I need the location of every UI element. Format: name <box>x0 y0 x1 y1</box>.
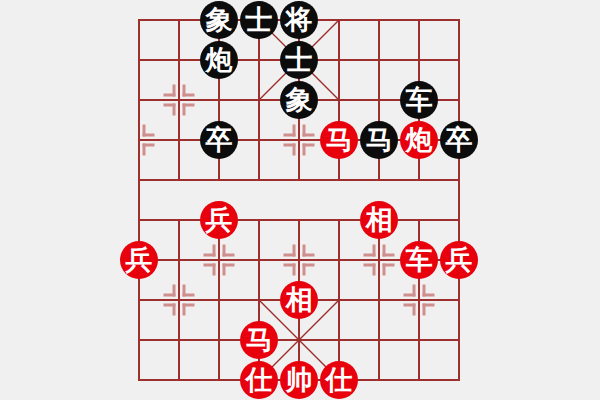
red-cannon[interactable]: 炮 <box>400 121 438 159</box>
red-advisor[interactable]: 仕 <box>320 361 358 399</box>
black-chariot[interactable]: 车 <box>400 81 438 119</box>
red-chariot[interactable]: 车 <box>400 241 438 279</box>
red-advisor[interactable]: 仕 <box>240 361 278 399</box>
pieces-layer: 象士将炮士象车卒马卒马炮兵相兵车兵相马仕帅仕 <box>0 0 600 400</box>
black-advisor[interactable]: 士 <box>280 41 318 79</box>
black-elephant[interactable]: 象 <box>280 81 318 119</box>
red-soldier[interactable]: 兵 <box>200 201 238 239</box>
red-elephant[interactable]: 相 <box>280 281 318 319</box>
red-general[interactable]: 帅 <box>280 361 318 399</box>
red-elephant[interactable]: 相 <box>360 201 398 239</box>
black-soldier[interactable]: 卒 <box>200 121 238 159</box>
black-cannon[interactable]: 炮 <box>200 41 238 79</box>
black-advisor[interactable]: 士 <box>240 1 278 39</box>
red-horse[interactable]: 马 <box>240 321 278 359</box>
xiangqi-board: 象士将炮士象车卒马卒马炮兵相兵车兵相马仕帅仕 <box>0 0 600 400</box>
red-soldier[interactable]: 兵 <box>120 241 158 279</box>
black-general[interactable]: 将 <box>280 1 318 39</box>
black-elephant[interactable]: 象 <box>200 1 238 39</box>
black-soldier[interactable]: 卒 <box>440 121 478 159</box>
red-soldier[interactable]: 兵 <box>440 241 478 279</box>
black-horse[interactable]: 马 <box>360 121 398 159</box>
red-horse[interactable]: 马 <box>320 121 358 159</box>
